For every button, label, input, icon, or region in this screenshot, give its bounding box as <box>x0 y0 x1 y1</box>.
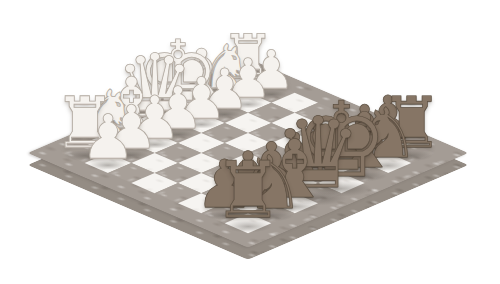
chess-board <box>27 58 468 248</box>
board-squares <box>61 73 434 234</box>
chess-set-photo: ♜♟♞♟♝♟♚♟♛♟♝♟♟♞♜♟♟♜♞♟♟♝♟♚♟♛♟♝♟♞♟♜ <box>0 0 500 284</box>
